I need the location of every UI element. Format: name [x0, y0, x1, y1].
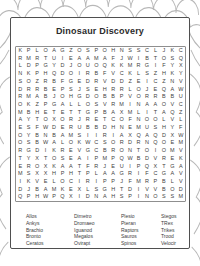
- grid-cell-r17c14[interactable]: R: [126, 170, 134, 178]
- grid-cell-r16c16[interactable]: Q: [143, 162, 151, 170]
- grid-cell-r10c19[interactable]: V: [168, 116, 176, 124]
- grid-cell-r14c2[interactable]: G: [24, 147, 32, 155]
- grid-cell-r14c13[interactable]: O: [117, 147, 125, 155]
- grid-cell-r8c12[interactable]: R: [109, 101, 117, 109]
- grid-cell-r14c7[interactable]: E: [67, 147, 75, 155]
- grid-cell-r19c4[interactable]: A: [41, 186, 49, 194]
- grid-cell-r17c18[interactable]: G: [160, 170, 168, 178]
- grid-cell-r1c17[interactable]: L: [151, 47, 159, 55]
- grid-cell-r15c13[interactable]: Q: [117, 155, 125, 163]
- grid-cell-r5c19[interactable]: N: [168, 78, 176, 86]
- grid-cell-r10c7[interactable]: R: [67, 116, 75, 124]
- grid-cell-r18c12[interactable]: P: [109, 178, 117, 186]
- grid-cell-r3c3[interactable]: P: [33, 62, 41, 70]
- grid-cell-r7c16[interactable]: R: [143, 93, 151, 101]
- grid-cell-r10c2[interactable]: Y: [24, 116, 32, 124]
- grid-cell-r6c10[interactable]: E: [92, 85, 100, 93]
- grid-cell-r17c5[interactable]: H: [50, 170, 58, 178]
- grid-cell-r12c7[interactable]: M: [67, 132, 75, 140]
- grid-cell-r6c2[interactable]: R: [24, 85, 32, 93]
- grid-cell-r16c12[interactable]: E: [109, 162, 117, 170]
- grid-cell-r13c12[interactable]: O: [109, 139, 117, 147]
- grid-cell-r6c1[interactable]: D: [16, 85, 24, 93]
- grid-cell-r4c8[interactable]: I: [75, 70, 83, 78]
- grid-cell-r19c5[interactable]: M: [50, 186, 58, 194]
- grid-cell-r17c12[interactable]: A: [109, 170, 117, 178]
- grid-cell-r5c6[interactable]: F: [58, 78, 66, 86]
- grid-cell-r13c4[interactable]: W: [41, 139, 49, 147]
- grid-cell-r11c18[interactable]: H: [160, 124, 168, 132]
- grid-cell-r3c20[interactable]: X: [177, 62, 185, 70]
- grid-cell-r14c15[interactable]: T: [134, 147, 142, 155]
- grid-cell-r20c1[interactable]: Q: [16, 193, 24, 201]
- grid-cell-r17c15[interactable]: I: [134, 170, 142, 178]
- grid-cell-r5c20[interactable]: V: [177, 78, 185, 86]
- grid-cell-r14c1[interactable]: R: [16, 147, 24, 155]
- grid-cell-r5c9[interactable]: D: [84, 78, 92, 86]
- grid-cell-r13c14[interactable]: D: [126, 139, 134, 147]
- grid-cell-r3c18[interactable]: F: [160, 62, 168, 70]
- grid-cell-r7c3[interactable]: A: [33, 93, 41, 101]
- grid-cell-r4c15[interactable]: L: [134, 70, 142, 78]
- grid-cell-r1c4[interactable]: O: [41, 47, 49, 55]
- grid-cell-r7c5[interactable]: J: [50, 93, 58, 101]
- grid-cell-r3c2[interactable]: D: [24, 62, 32, 70]
- grid-cell-r13c15[interactable]: R: [134, 139, 142, 147]
- grid-cell-r17c20[interactable]: V: [177, 170, 185, 178]
- grid-cell-r6c15[interactable]: O: [134, 85, 142, 93]
- grid-cell-r14c12[interactable]: R: [109, 147, 117, 155]
- grid-cell-r6c9[interactable]: S: [84, 85, 92, 93]
- grid-cell-r8c17[interactable]: A: [151, 101, 159, 109]
- grid-cell-r10c13[interactable]: O: [117, 116, 125, 124]
- grid-cell-r5c4[interactable]: R: [41, 78, 49, 86]
- grid-cell-r13c5[interactable]: A: [50, 139, 58, 147]
- grid-cell-r18c7[interactable]: C: [67, 178, 75, 186]
- grid-cell-r6c3[interactable]: R: [33, 85, 41, 93]
- grid-cell-r15c19[interactable]: E: [168, 155, 176, 163]
- grid-cell-r19c7[interactable]: E: [67, 186, 75, 194]
- grid-cell-r5c13[interactable]: D: [117, 78, 125, 86]
- grid-cell-r3c13[interactable]: K: [117, 62, 125, 70]
- grid-cell-r18c18[interactable]: B: [160, 178, 168, 186]
- grid-cell-r14c6[interactable]: R: [58, 147, 66, 155]
- grid-cell-r18c20[interactable]: V: [177, 178, 185, 186]
- grid-cell-r3c17[interactable]: I: [151, 62, 159, 70]
- grid-cell-r3c8[interactable]: O: [75, 62, 83, 70]
- grid-cell-r10c1[interactable]: A: [16, 116, 24, 124]
- grid-cell-r1c18[interactable]: J: [160, 47, 168, 55]
- grid-cell-r11c20[interactable]: F: [177, 124, 185, 132]
- grid-cell-r14c8[interactable]: V: [75, 147, 83, 155]
- grid-cell-r8c16[interactable]: A: [143, 101, 151, 109]
- grid-cell-r13c8[interactable]: K: [75, 139, 83, 147]
- grid-cell-r9c11[interactable]: B: [100, 109, 108, 117]
- grid-cell-r17c4[interactable]: X: [41, 170, 49, 178]
- grid-cell-r11c13[interactable]: N: [117, 124, 125, 132]
- grid-cell-r13c18[interactable]: O: [160, 139, 168, 147]
- grid-cell-r15c2[interactable]: Y: [24, 155, 32, 163]
- grid-cell-r14c11[interactable]: B: [100, 147, 108, 155]
- grid-cell-r12c2[interactable]: Y: [24, 132, 32, 140]
- grid-cell-r3c4[interactable]: G: [41, 62, 49, 70]
- grid-cell-r19c9[interactable]: L: [84, 186, 92, 194]
- grid-cell-r4c20[interactable]: Y: [177, 70, 185, 78]
- grid-cell-r10c6[interactable]: O: [58, 116, 66, 124]
- grid-cell-r7c4[interactable]: B: [41, 93, 49, 101]
- grid-cell-r16c15[interactable]: P: [134, 162, 142, 170]
- grid-cell-r7c8[interactable]: G: [75, 93, 83, 101]
- grid-cell-r10c10[interactable]: E: [92, 116, 100, 124]
- grid-cell-r16c14[interactable]: I: [126, 162, 134, 170]
- grid-cell-r3c5[interactable]: Y: [50, 62, 58, 70]
- grid-cell-r3c19[interactable]: Y: [168, 62, 176, 70]
- grid-cell-r1c14[interactable]: S: [126, 47, 134, 55]
- grid-cell-r15c1[interactable]: T: [16, 155, 24, 163]
- grid-cell-r9c10[interactable]: P: [92, 109, 100, 117]
- grid-cell-r3c10[interactable]: O: [92, 62, 100, 70]
- grid-cell-r4c3[interactable]: P: [33, 70, 41, 78]
- grid-cell-r4c13[interactable]: C: [117, 70, 125, 78]
- grid-cell-r15c12[interactable]: P: [109, 155, 117, 163]
- grid-cell-r15c16[interactable]: D: [143, 155, 151, 163]
- grid-cell-r16c5[interactable]: K: [50, 162, 58, 170]
- grid-cell-r17c2[interactable]: S: [24, 170, 32, 178]
- grid-cell-r18c1[interactable]: I: [16, 178, 24, 186]
- grid-cell-r5c10[interactable]: R: [92, 78, 100, 86]
- grid-cell-r19c18[interactable]: B: [160, 186, 168, 194]
- grid-cell-r8c10[interactable]: S: [92, 101, 100, 109]
- grid-cell-r2c18[interactable]: O: [160, 55, 168, 63]
- grid-cell-r1c13[interactable]: N: [117, 47, 125, 55]
- grid-cell-r9c20[interactable]: Z: [177, 109, 185, 117]
- grid-cell-r11c19[interactable]: Y: [168, 124, 176, 132]
- grid-cell-r1c12[interactable]: H: [109, 47, 117, 55]
- grid-cell-r20c5[interactable]: P: [50, 193, 58, 201]
- grid-cell-r16c1[interactable]: E: [16, 162, 24, 170]
- grid-cell-r4c7[interactable]: O: [67, 70, 75, 78]
- grid-cell-r2c7[interactable]: E: [67, 55, 75, 63]
- grid-cell-r12c17[interactable]: Q: [151, 132, 159, 140]
- grid-cell-r5c12[interactable]: D: [109, 78, 117, 86]
- grid-cell-r11c16[interactable]: U: [143, 124, 151, 132]
- grid-cell-r8c14[interactable]: I: [126, 101, 134, 109]
- grid-cell-r20c9[interactable]: D: [84, 193, 92, 201]
- grid-cell-r17c9[interactable]: P: [84, 170, 92, 178]
- grid-cell-r10c14[interactable]: F: [126, 116, 134, 124]
- grid-cell-r9c4[interactable]: E: [41, 109, 49, 117]
- grid-cell-r15c7[interactable]: E: [67, 155, 75, 163]
- grid-cell-r12c5[interactable]: B: [50, 132, 58, 140]
- grid-cell-r16c8[interactable]: T: [75, 162, 83, 170]
- grid-cell-r16c9[interactable]: F: [84, 162, 92, 170]
- grid-cell-r14c20[interactable]: V: [177, 147, 185, 155]
- grid-cell-r14c19[interactable]: M: [168, 147, 176, 155]
- grid-cell-r16c3[interactable]: O: [33, 162, 41, 170]
- grid-cell-r15c5[interactable]: O: [50, 155, 58, 163]
- grid-cell-r20c8[interactable]: I: [75, 193, 83, 201]
- grid-cell-r7c2[interactable]: M: [24, 93, 32, 101]
- grid-cell-r9c17[interactable]: T: [151, 109, 159, 117]
- grid-cell-r5c8[interactable]: E: [75, 78, 83, 86]
- grid-cell-r17c19[interactable]: A: [168, 170, 176, 178]
- grid-cell-r9c7[interactable]: T: [67, 109, 75, 117]
- grid-cell-r9c12[interactable]: A: [109, 109, 117, 117]
- grid-cell-r4c5[interactable]: Q: [50, 70, 58, 78]
- grid-cell-r11c8[interactable]: U: [75, 124, 83, 132]
- grid-cell-r11c2[interactable]: S: [24, 124, 32, 132]
- grid-cell-r10c4[interactable]: O: [41, 116, 49, 124]
- grid-cell-r1c8[interactable]: O: [75, 47, 83, 55]
- grid-cell-r1c6[interactable]: G: [58, 47, 66, 55]
- grid-cell-r7c7[interactable]: H: [67, 93, 75, 101]
- grid-cell-r19c6[interactable]: K: [58, 186, 66, 194]
- grid-cell-r2c16[interactable]: B: [143, 55, 151, 63]
- grid-cell-r18c11[interactable]: P: [100, 178, 108, 186]
- grid-cell-r8c3[interactable]: Z: [33, 101, 41, 109]
- grid-cell-r9c16[interactable]: I: [143, 109, 151, 117]
- grid-cell-r20c14[interactable]: P: [126, 193, 134, 201]
- grid-cell-r7c9[interactable]: D: [84, 93, 92, 101]
- grid-cell-r19c1[interactable]: D: [16, 186, 24, 194]
- grid-cell-r5c17[interactable]: C: [151, 78, 159, 86]
- grid-cell-r12c4[interactable]: N: [41, 132, 49, 140]
- grid-cell-r6c11[interactable]: H: [100, 85, 108, 93]
- grid-cell-r11c9[interactable]: B: [84, 124, 92, 132]
- grid-cell-r3c14[interactable]: M: [126, 62, 134, 70]
- grid-cell-r14c17[interactable]: I: [151, 147, 159, 155]
- grid-cell-r8c11[interactable]: V: [100, 101, 108, 109]
- grid-cell-r5c11[interactable]: V: [100, 78, 108, 86]
- grid-cell-r2c13[interactable]: J: [117, 55, 125, 63]
- grid-cell-r17c10[interactable]: L: [92, 170, 100, 178]
- grid-cell-r2c17[interactable]: T: [151, 55, 159, 63]
- grid-cell-r2c12[interactable]: F: [109, 55, 117, 63]
- grid-cell-r8c7[interactable]: L: [67, 101, 75, 109]
- grid-cell-r12c20[interactable]: W: [177, 132, 185, 140]
- grid-cell-r6c16[interactable]: J: [143, 85, 151, 93]
- grid-cell-r1c7[interactable]: Z: [67, 47, 75, 55]
- grid-cell-r16c4[interactable]: X: [41, 162, 49, 170]
- grid-cell-r9c2[interactable]: B: [24, 109, 32, 117]
- grid-cell-r15c4[interactable]: T: [41, 155, 49, 163]
- grid-cell-r11c12[interactable]: H: [109, 124, 117, 132]
- grid-cell-r13c1[interactable]: O: [16, 139, 24, 147]
- grid-cell-r19c13[interactable]: T: [117, 186, 125, 194]
- grid-cell-r10c20[interactable]: L: [177, 116, 185, 124]
- grid-cell-r10c11[interactable]: T: [100, 116, 108, 124]
- grid-cell-r7c14[interactable]: V: [126, 93, 134, 101]
- grid-cell-r18c8[interactable]: I: [75, 178, 83, 186]
- grid-cell-r8c15[interactable]: N: [134, 101, 142, 109]
- grid-cell-r3c7[interactable]: J: [67, 62, 75, 70]
- grid-cell-r12c19[interactable]: X: [168, 132, 176, 140]
- grid-cell-r6c7[interactable]: S: [67, 85, 75, 93]
- grid-cell-r9c1[interactable]: M: [16, 109, 24, 117]
- grid-cell-r7c19[interactable]: B: [168, 93, 176, 101]
- grid-cell-r19c2[interactable]: J: [24, 186, 32, 194]
- grid-cell-r16c10[interactable]: R: [92, 162, 100, 170]
- grid-cell-r2c1[interactable]: R: [16, 55, 24, 63]
- grid-cell-r6c20[interactable]: W: [177, 85, 185, 93]
- grid-cell-r2c8[interactable]: A: [75, 55, 83, 63]
- grid-cell-r5c2[interactable]: O: [24, 78, 32, 86]
- grid-cell-r15c6[interactable]: S: [58, 155, 66, 163]
- grid-cell-r20c3[interactable]: H: [33, 193, 41, 201]
- grid-cell-r10c16[interactable]: O: [143, 116, 151, 124]
- grid-cell-r20c12[interactable]: H: [109, 193, 117, 201]
- grid-cell-r12c10[interactable]: I: [92, 132, 100, 140]
- grid-cell-r13c16[interactable]: N: [143, 139, 151, 147]
- grid-cell-r2c10[interactable]: M: [92, 55, 100, 63]
- grid-cell-r13c9[interactable]: W: [84, 139, 92, 147]
- grid-cell-r15c10[interactable]: P: [92, 155, 100, 163]
- grid-cell-r9c15[interactable]: L: [134, 109, 142, 117]
- grid-cell-r11c15[interactable]: M: [134, 124, 142, 132]
- grid-cell-r12c15[interactable]: Q: [134, 132, 142, 140]
- grid-cell-r9c13[interactable]: X: [117, 109, 125, 117]
- grid-cell-r1c9[interactable]: S: [84, 47, 92, 55]
- grid-cell-r20c16[interactable]: N: [143, 193, 151, 201]
- grid-cell-r12c3[interactable]: B: [33, 132, 41, 140]
- grid-cell-r4c12[interactable]: V: [109, 70, 117, 78]
- grid-cell-r18c5[interactable]: L: [50, 178, 58, 186]
- grid-cell-r1c16[interactable]: C: [143, 47, 151, 55]
- grid-cell-r14c18[interactable]: O: [160, 147, 168, 155]
- grid-cell-r7c10[interactable]: O: [92, 93, 100, 101]
- grid-cell-r17c8[interactable]: T: [75, 170, 83, 178]
- grid-cell-r16c20[interactable]: A: [177, 162, 185, 170]
- grid-cell-r17c11[interactable]: A: [100, 170, 108, 178]
- grid-cell-r3c15[interactable]: R: [134, 62, 142, 70]
- grid-cell-r7c11[interactable]: B: [100, 93, 108, 101]
- grid-cell-r1c19[interactable]: K: [168, 47, 176, 55]
- grid-cell-r10c17[interactable]: O: [151, 116, 159, 124]
- grid-cell-r20c18[interactable]: S: [160, 193, 168, 201]
- grid-cell-r13c13[interactable]: R: [117, 139, 125, 147]
- grid-cell-r4c4[interactable]: H: [41, 70, 49, 78]
- grid-cell-r15c3[interactable]: X: [33, 155, 41, 163]
- grid-cell-r8c6[interactable]: A: [58, 101, 66, 109]
- grid-cell-r6c8[interactable]: J: [75, 85, 83, 93]
- grid-cell-r15c11[interactable]: M: [100, 155, 108, 163]
- grid-cell-r5c1[interactable]: S: [16, 78, 24, 86]
- grid-cell-r18c10[interactable]: I: [92, 178, 100, 186]
- grid-cell-r14c10[interactable]: C: [92, 147, 100, 155]
- grid-cell-r6c4[interactable]: B: [41, 85, 49, 93]
- grid-cell-r20c15[interactable]: I: [134, 193, 142, 201]
- grid-cell-r8c13[interactable]: M: [117, 101, 125, 109]
- grid-cell-r6c18[interactable]: Q: [160, 85, 168, 93]
- grid-cell-r16c19[interactable]: G: [168, 162, 176, 170]
- grid-cell-r7c6[interactable]: O: [58, 93, 66, 101]
- grid-cell-r9c9[interactable]: G: [84, 109, 92, 117]
- grid-cell-r6c12[interactable]: R: [109, 85, 117, 93]
- grid-cell-r11c4[interactable]: W: [41, 124, 49, 132]
- grid-cell-r19c8[interactable]: X: [75, 186, 83, 194]
- grid-cell-r19c14[interactable]: D: [126, 186, 134, 194]
- grid-cell-r2c11[interactable]: A: [100, 55, 108, 63]
- grid-cell-r10c3[interactable]: T: [33, 116, 41, 124]
- grid-cell-r18c13[interactable]: J: [117, 178, 125, 186]
- grid-cell-r8c19[interactable]: V: [168, 101, 176, 109]
- grid-cell-r17c17[interactable]: C: [151, 170, 159, 178]
- grid-cell-r13c10[interactable]: C: [92, 139, 100, 147]
- grid-cell-r18c9[interactable]: R: [84, 178, 92, 186]
- grid-cell-r11c17[interactable]: S: [151, 124, 159, 132]
- grid-cell-r2c15[interactable]: I: [134, 55, 142, 63]
- grid-cell-r2c14[interactable]: W: [126, 55, 134, 63]
- grid-cell-r6c13[interactable]: R: [117, 85, 125, 93]
- grid-cell-r15c9[interactable]: I: [84, 155, 92, 163]
- grid-cell-r17c3[interactable]: X: [33, 170, 41, 178]
- grid-cell-r3c1[interactable]: L: [16, 62, 24, 70]
- grid-cell-r5c15[interactable]: E: [134, 78, 142, 86]
- grid-cell-r12c16[interactable]: A: [143, 132, 151, 140]
- grid-cell-r20c13[interactable]: S: [117, 193, 125, 201]
- grid-cell-r17c6[interactable]: P: [58, 170, 66, 178]
- grid-cell-r7c18[interactable]: B: [160, 93, 168, 101]
- grid-cell-r16c17[interactable]: X: [151, 162, 159, 170]
- grid-cell-r19c12[interactable]: H: [109, 186, 117, 194]
- grid-cell-r17c1[interactable]: M: [16, 170, 24, 178]
- grid-cell-r13c3[interactable]: B: [33, 139, 41, 147]
- grid-cell-r2c6[interactable]: I: [58, 55, 66, 63]
- grid-cell-r20c10[interactable]: N: [92, 193, 100, 201]
- grid-cell-r4c6[interactable]: D: [58, 70, 66, 78]
- grid-cell-r6c14[interactable]: L: [126, 85, 134, 93]
- grid-cell-r13c7[interactable]: O: [67, 139, 75, 147]
- grid-cell-r12c13[interactable]: A: [117, 132, 125, 140]
- grid-cell-r9c6[interactable]: E: [58, 109, 66, 117]
- grid-cell-r19c20[interactable]: D: [177, 186, 185, 194]
- grid-cell-r11c3[interactable]: F: [33, 124, 41, 132]
- grid-cell-r16c18[interactable]: T: [160, 162, 168, 170]
- grid-cell-r1c10[interactable]: P: [92, 47, 100, 55]
- grid-cell-r4c18[interactable]: H: [160, 70, 168, 78]
- grid-cell-r19c15[interactable]: I: [134, 186, 142, 194]
- grid-cell-r5c16[interactable]: I: [143, 78, 151, 86]
- grid-cell-r11c1[interactable]: E: [16, 124, 24, 132]
- grid-cell-r8c8[interactable]: L: [75, 101, 83, 109]
- grid-cell-r20c11[interactable]: A: [100, 193, 108, 201]
- grid-cell-r12c11[interactable]: R: [100, 132, 108, 140]
- grid-cell-r18c19[interactable]: L: [168, 178, 176, 186]
- grid-cell-r4c9[interactable]: R: [84, 70, 92, 78]
- grid-cell-r9c5[interactable]: T: [50, 109, 58, 117]
- grid-cell-r5c14[interactable]: Z: [126, 78, 134, 86]
- grid-cell-r10c9[interactable]: R: [84, 116, 92, 124]
- grid-cell-r19c17[interactable]: V: [151, 186, 159, 194]
- grid-cell-r19c16[interactable]: V: [143, 186, 151, 194]
- grid-cell-r3c6[interactable]: D: [58, 62, 66, 70]
- grid-cell-r12c14[interactable]: X: [126, 132, 134, 140]
- grid-cell-r9c3[interactable]: H: [33, 109, 41, 117]
- grid-cell-r15c18[interactable]: R: [160, 155, 168, 163]
- grid-cell-r19c11[interactable]: G: [100, 186, 108, 194]
- grid-cell-r2c4[interactable]: T: [41, 55, 49, 63]
- grid-cell-r15c20[interactable]: K: [177, 155, 185, 163]
- grid-cell-r14c4[interactable]: I: [41, 147, 49, 155]
- grid-cell-r8c9[interactable]: O: [84, 101, 92, 109]
- grid-cell-r11c6[interactable]: E: [58, 124, 66, 132]
- grid-cell-r7c12[interactable]: B: [109, 93, 117, 101]
- grid-cell-r17c7[interactable]: H: [67, 170, 75, 178]
- grid-cell-r18c16[interactable]: R: [143, 178, 151, 186]
- grid-cell-r4c19[interactable]: K: [168, 70, 176, 78]
- grid-cell-r20c17[interactable]: O: [151, 193, 159, 201]
- grid-cell-r13c17[interactable]: Q: [151, 139, 159, 147]
